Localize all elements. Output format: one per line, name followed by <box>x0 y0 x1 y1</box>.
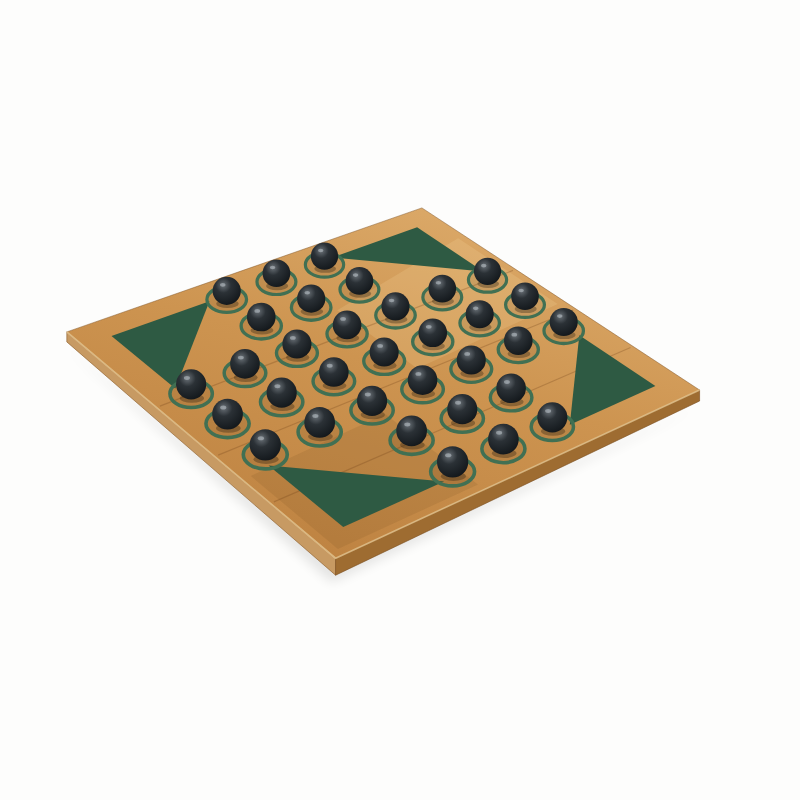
marble-r0c2[interactable] <box>213 277 241 305</box>
marble-r5c2[interactable] <box>396 415 427 446</box>
marble-highlight-r1c2 <box>254 309 260 313</box>
marble-highlight-r2c1 <box>238 356 244 360</box>
marble-highlight-r2c0 <box>184 376 190 380</box>
marble-r6c3[interactable] <box>488 424 519 455</box>
marble-r3c2[interactable] <box>319 357 349 387</box>
marble-r3c3[interactable] <box>370 337 399 366</box>
marble-highlight-r6c4 <box>545 409 551 413</box>
marble-highlight-r2c3 <box>340 317 346 321</box>
marble-highlight-r1c4 <box>353 273 359 277</box>
marble-r2c6[interactable] <box>474 258 501 285</box>
marble-highlight-r4c1 <box>312 414 318 418</box>
marble-highlight-r4c6 <box>557 314 563 318</box>
marble-highlight-r2c4 <box>389 299 395 303</box>
marble-r1c4[interactable] <box>346 267 374 295</box>
marble-r4c5[interactable] <box>504 326 533 355</box>
marble-highlight-r5c4 <box>504 380 510 384</box>
marble-r3c0[interactable] <box>212 399 243 430</box>
marble-r5c4[interactable] <box>496 373 526 403</box>
marble-highlight-r3c1 <box>274 384 280 388</box>
marble-r1c2[interactable] <box>247 303 276 332</box>
marble-r5c3[interactable] <box>447 394 477 424</box>
marble-highlight-r3c5 <box>473 306 479 310</box>
marble-highlight-r2c5 <box>436 281 442 285</box>
product-photo-scene <box>0 0 800 800</box>
marble-highlight-r3c2 <box>327 364 333 368</box>
marble-r2c3[interactable] <box>333 311 362 340</box>
marble-r2c5[interactable] <box>428 275 456 303</box>
solitaire-board <box>0 0 800 800</box>
marble-r3c5[interactable] <box>466 300 494 328</box>
marble-r3c4[interactable] <box>418 318 447 347</box>
marble-highlight-r0c2 <box>220 283 226 287</box>
marble-r4c6[interactable] <box>550 308 578 336</box>
marble-highlight-r5c3 <box>455 401 461 405</box>
marble-highlight-r0c3 <box>270 266 276 270</box>
marble-r3c1[interactable] <box>267 378 297 408</box>
marble-highlight-r3c4 <box>426 325 432 329</box>
marble-highlight-r3c0 <box>220 406 226 410</box>
marble-r0c3[interactable] <box>263 259 291 287</box>
marble-r6c4[interactable] <box>537 402 567 432</box>
marble-r2c1[interactable] <box>230 349 260 379</box>
marble-r4c2[interactable] <box>357 386 387 416</box>
marble-r2c4[interactable] <box>381 292 409 320</box>
marble-r3c6[interactable] <box>511 282 539 310</box>
marble-highlight-r6c2 <box>445 453 451 457</box>
marble-highlight-r3c6 <box>518 289 524 293</box>
marble-r4c4[interactable] <box>457 345 486 374</box>
marble-r4c3[interactable] <box>408 365 438 395</box>
marble-highlight-r4c3 <box>415 372 421 376</box>
marble-highlight-r4c4 <box>464 352 470 356</box>
marble-r0c4[interactable] <box>311 243 338 270</box>
marble-highlight-r0c4 <box>318 249 323 253</box>
marble-r4c1[interactable] <box>304 407 335 438</box>
marble-highlight-r3c3 <box>377 344 383 348</box>
marble-highlight-r6c3 <box>496 431 502 435</box>
marble-highlight-r4c5 <box>511 333 517 337</box>
marble-r2c0[interactable] <box>176 369 206 399</box>
marble-r6c2[interactable] <box>437 446 468 477</box>
marble-highlight-r5c2 <box>404 422 410 426</box>
marble-r4c0[interactable] <box>250 429 281 460</box>
marble-highlight-r2c6 <box>481 264 486 268</box>
marble-highlight-r1c3 <box>304 291 310 295</box>
marble-highlight-r4c2 <box>365 393 371 397</box>
marble-highlight-r2c2 <box>290 336 296 340</box>
marble-r1c3[interactable] <box>297 285 325 313</box>
marble-r2c2[interactable] <box>282 329 311 358</box>
marble-highlight-r4c0 <box>258 436 264 440</box>
